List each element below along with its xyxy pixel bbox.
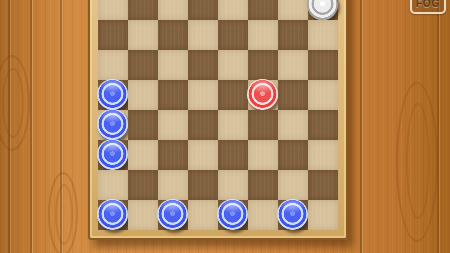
board-square[interactable]: [188, 110, 218, 140]
wood-plank-seam: [30, 0, 32, 253]
checker-piece-blue[interactable]: [157, 199, 188, 230]
board-square[interactable]: [98, 50, 128, 80]
board-square[interactable]: [98, 110, 128, 140]
board-square[interactable]: [278, 110, 308, 140]
checker-piece-white[interactable]: [307, 0, 338, 20]
board-square[interactable]: [248, 20, 278, 50]
board-square[interactable]: [308, 170, 338, 200]
board-square[interactable]: [128, 50, 158, 80]
board-square[interactable]: [98, 80, 128, 110]
game-screen: FOG: [0, 0, 450, 253]
board-square[interactable]: [278, 140, 308, 170]
board-square[interactable]: [218, 80, 248, 110]
board-square[interactable]: [188, 140, 218, 170]
board-square[interactable]: [308, 80, 338, 110]
board-square[interactable]: [308, 50, 338, 80]
board-square[interactable]: [188, 170, 218, 200]
board-square[interactable]: [278, 0, 308, 20]
checker-piece-blue[interactable]: [217, 199, 248, 230]
board-square[interactable]: [308, 200, 338, 230]
board-square[interactable]: [308, 110, 338, 140]
board-square[interactable]: [158, 140, 188, 170]
checker-piece-blue[interactable]: [97, 139, 128, 170]
board-square[interactable]: [128, 20, 158, 50]
board-square[interactable]: [218, 50, 248, 80]
board-square[interactable]: [248, 140, 278, 170]
board-square[interactable]: [188, 80, 218, 110]
board-square[interactable]: [128, 110, 158, 140]
wood-knot: [48, 172, 78, 253]
board-square[interactable]: [98, 200, 128, 230]
board-square[interactable]: [98, 0, 128, 20]
board-square[interactable]: [188, 50, 218, 80]
wood-knot: [0, 55, 30, 151]
checkers-board: [88, 0, 348, 240]
fog-button[interactable]: FOG: [410, 0, 446, 14]
board-square[interactable]: [218, 200, 248, 230]
checker-piece-blue[interactable]: [97, 199, 128, 230]
board-square[interactable]: [248, 50, 278, 80]
board-square[interactable]: [278, 80, 308, 110]
board-square[interactable]: [248, 200, 278, 230]
board-square[interactable]: [128, 200, 158, 230]
board-square[interactable]: [278, 50, 308, 80]
checker-piece-blue[interactable]: [97, 109, 128, 140]
board-square[interactable]: [218, 0, 248, 20]
board-square[interactable]: [308, 0, 338, 20]
board-square[interactable]: [128, 140, 158, 170]
wood-plank-seam: [360, 0, 362, 253]
board-square[interactable]: [98, 140, 128, 170]
board-square[interactable]: [218, 170, 248, 200]
board-square[interactable]: [98, 20, 128, 50]
checker-piece-blue[interactable]: [97, 79, 128, 110]
board-square[interactable]: [308, 140, 338, 170]
board-square[interactable]: [188, 0, 218, 20]
board-square[interactable]: [218, 110, 248, 140]
board-square[interactable]: [248, 110, 278, 140]
board-square[interactable]: [308, 20, 338, 50]
board-grid: [98, 0, 338, 230]
board-square[interactable]: [128, 170, 158, 200]
board-square[interactable]: [188, 20, 218, 50]
board-square[interactable]: [158, 200, 188, 230]
board-square[interactable]: [218, 20, 248, 50]
board-square[interactable]: [278, 170, 308, 200]
board-square[interactable]: [128, 0, 158, 20]
board-square[interactable]: [158, 50, 188, 80]
board-square[interactable]: [158, 0, 188, 20]
board-square[interactable]: [128, 80, 158, 110]
board-square[interactable]: [158, 20, 188, 50]
board-square[interactable]: [188, 200, 218, 230]
board-square[interactable]: [158, 110, 188, 140]
board-square[interactable]: [248, 0, 278, 20]
checker-piece-red[interactable]: [247, 79, 278, 110]
board-square[interactable]: [218, 140, 248, 170]
board-square[interactable]: [158, 170, 188, 200]
board-square[interactable]: [278, 20, 308, 50]
board-square[interactable]: [248, 80, 278, 110]
board-square[interactable]: [158, 80, 188, 110]
wood-plank-seam: [437, 0, 439, 253]
board-square[interactable]: [278, 200, 308, 230]
wood-knot: [396, 82, 438, 242]
checker-piece-blue[interactable]: [277, 199, 308, 230]
board-square[interactable]: [248, 170, 278, 200]
board-square[interactable]: [98, 170, 128, 200]
